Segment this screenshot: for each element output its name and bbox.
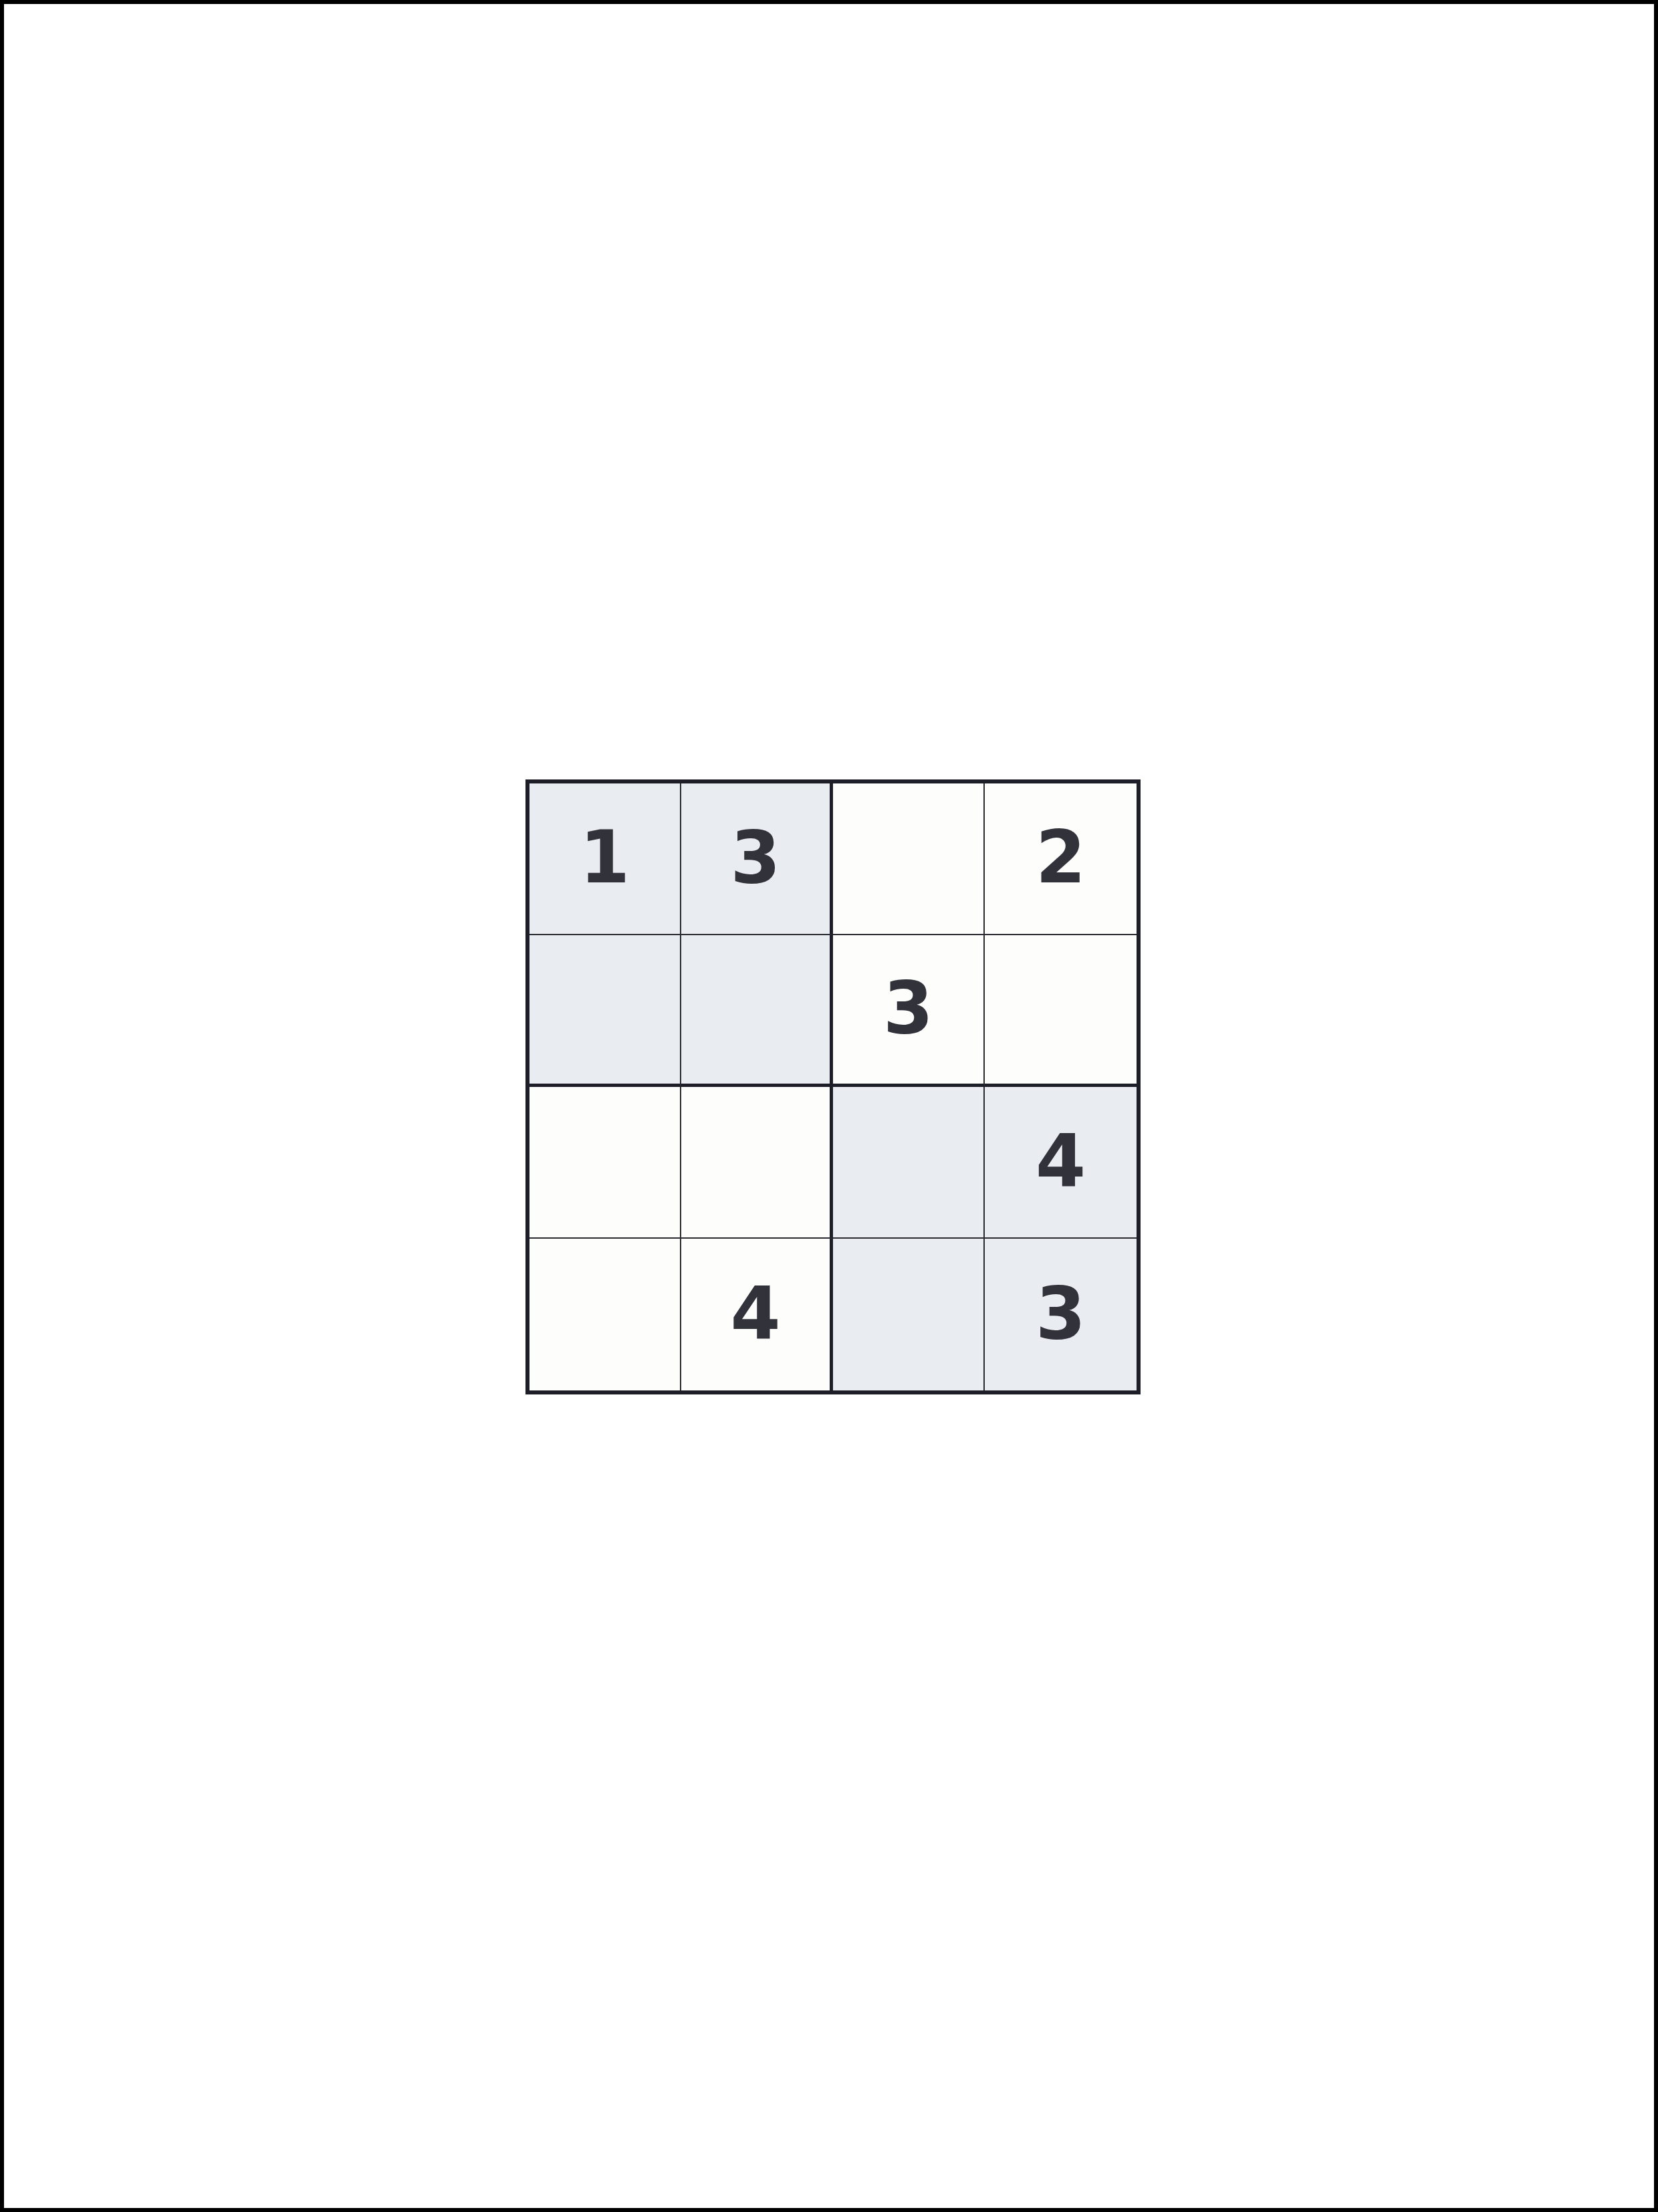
cell-r4c2[interactable]: 4 xyxy=(681,1239,833,1390)
cell-r2c1[interactable] xyxy=(529,935,681,1087)
cell-r3c2[interactable] xyxy=(681,1087,833,1239)
given-digit: 2 xyxy=(1036,822,1086,894)
cell-r4c3[interactable] xyxy=(833,1239,985,1390)
cell-r4c1[interactable] xyxy=(529,1239,681,1390)
given-digit: 1 xyxy=(580,822,630,894)
given-digit: 3 xyxy=(1036,1277,1086,1350)
cell-r2c2[interactable] xyxy=(681,935,833,1087)
given-digit: 3 xyxy=(883,972,933,1044)
cell-r1c4[interactable]: 2 xyxy=(985,783,1137,935)
scanned-worksheet-page: 1323443 xyxy=(0,0,1658,2212)
cell-r3c4[interactable]: 4 xyxy=(985,1087,1137,1239)
given-digit: 3 xyxy=(730,822,780,894)
given-digit: 4 xyxy=(1036,1125,1086,1197)
sudoku-board: 1323443 xyxy=(525,779,1141,1394)
cell-r2c3[interactable]: 3 xyxy=(833,935,985,1087)
cell-r4c4[interactable]: 3 xyxy=(985,1239,1137,1390)
cell-r1c2[interactable]: 3 xyxy=(681,783,833,935)
cell-r1c1[interactable]: 1 xyxy=(529,783,681,935)
cell-r2c4[interactable] xyxy=(985,935,1137,1087)
cell-r3c3[interactable] xyxy=(833,1087,985,1239)
cell-r1c3[interactable] xyxy=(833,783,985,935)
cell-r3c1[interactable] xyxy=(529,1087,681,1239)
given-digit: 4 xyxy=(730,1277,780,1350)
